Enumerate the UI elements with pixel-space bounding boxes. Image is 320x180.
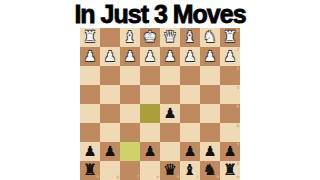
square-g2[interactable]: ♟ bbox=[100, 47, 120, 66]
square-c3[interactable] bbox=[180, 66, 200, 85]
rank-label: 4 bbox=[236, 86, 239, 90]
thumbnail: In Just 3 Moves ♜♝♚♛♝♞♜1♟♟♟♟♟♟♟♟234♟56♟♟… bbox=[0, 0, 320, 180]
rank-label: 5 bbox=[236, 105, 239, 109]
square-c6[interactable] bbox=[180, 123, 200, 142]
square-c8[interactable]: ♝c bbox=[180, 161, 200, 180]
square-e5[interactable] bbox=[140, 104, 160, 123]
square-b2[interactable]: ♟ bbox=[200, 47, 220, 66]
square-g6[interactable] bbox=[100, 123, 120, 142]
file-label: f bbox=[138, 175, 139, 179]
square-f7[interactable] bbox=[120, 142, 140, 161]
square-a2[interactable]: ♟2 bbox=[220, 47, 240, 66]
piece-black-pawn: ♟ bbox=[164, 104, 177, 123]
square-f1[interactable]: ♝ bbox=[120, 28, 140, 47]
piece-white-pawn: ♟ bbox=[84, 47, 97, 66]
file-label: d bbox=[176, 175, 179, 179]
piece-white-pawn: ♟ bbox=[144, 47, 157, 66]
square-d4[interactable] bbox=[160, 85, 180, 104]
piece-black-pawn: ♟ bbox=[184, 142, 197, 161]
piece-white-bishop: ♝ bbox=[183, 28, 197, 47]
square-b6[interactable] bbox=[200, 123, 220, 142]
square-g1[interactable] bbox=[100, 28, 120, 47]
piece-black-bishop: ♝ bbox=[183, 161, 197, 180]
square-f6[interactable] bbox=[120, 123, 140, 142]
square-c4[interactable] bbox=[180, 85, 200, 104]
square-b4[interactable] bbox=[200, 85, 220, 104]
square-d6[interactable] bbox=[160, 123, 180, 142]
square-a4[interactable]: 4 bbox=[220, 85, 240, 104]
square-d7[interactable] bbox=[160, 142, 180, 161]
rank-label: 2 bbox=[236, 48, 239, 52]
file-label: c bbox=[197, 175, 199, 179]
square-d5[interactable]: ♟ bbox=[160, 104, 180, 123]
piece-white-pawn: ♟ bbox=[224, 47, 237, 66]
square-b8[interactable]: ♞b bbox=[200, 161, 220, 180]
file-label: e bbox=[157, 175, 159, 179]
square-b3[interactable] bbox=[200, 66, 220, 85]
square-g7[interactable]: ♟ bbox=[100, 142, 120, 161]
piece-black-pawn: ♟ bbox=[204, 142, 217, 161]
piece-white-pawn: ♟ bbox=[104, 47, 117, 66]
square-h2[interactable]: ♟ bbox=[80, 47, 100, 66]
piece-white-pawn: ♟ bbox=[184, 47, 197, 66]
file-label: b bbox=[216, 175, 219, 179]
square-c1[interactable]: ♝ bbox=[180, 28, 200, 47]
square-a8[interactable]: ♜8a bbox=[220, 161, 240, 180]
rank-label: 1 bbox=[236, 29, 239, 33]
square-h7[interactable]: ♟ bbox=[80, 142, 100, 161]
square-h4[interactable] bbox=[80, 85, 100, 104]
square-c2[interactable]: ♟ bbox=[180, 47, 200, 66]
square-g3[interactable] bbox=[100, 66, 120, 85]
square-e4[interactable] bbox=[140, 85, 160, 104]
square-g4[interactable] bbox=[100, 85, 120, 104]
file-label: h bbox=[96, 175, 99, 179]
rank-label: 6 bbox=[236, 124, 239, 128]
file-label: g bbox=[116, 175, 119, 179]
square-h3[interactable] bbox=[80, 66, 100, 85]
square-h1[interactable]: ♜ bbox=[80, 28, 100, 47]
square-h5[interactable] bbox=[80, 104, 100, 123]
square-c7[interactable]: ♟ bbox=[180, 142, 200, 161]
square-h6[interactable] bbox=[80, 123, 100, 142]
piece-black-knight: ♞ bbox=[203, 161, 217, 180]
square-c5[interactable] bbox=[180, 104, 200, 123]
square-b5[interactable] bbox=[200, 104, 220, 123]
square-d2[interactable]: ♟ bbox=[160, 47, 180, 66]
piece-black-pawn: ♟ bbox=[104, 142, 117, 161]
square-e3[interactable] bbox=[140, 66, 160, 85]
chess-board: ♜♝♚♛♝♞♜1♟♟♟♟♟♟♟♟234♟56♟♟♟♟♟♟7♜hgfe♛d♝c♞b… bbox=[80, 28, 240, 180]
piece-black-queen: ♛ bbox=[163, 161, 177, 180]
square-f2[interactable]: ♟ bbox=[120, 47, 140, 66]
piece-black-rook: ♜ bbox=[83, 161, 97, 180]
piece-black-pawn: ♟ bbox=[224, 142, 237, 161]
piece-white-queen: ♛ bbox=[163, 28, 177, 47]
square-b1[interactable]: ♞ bbox=[200, 28, 220, 47]
square-e6[interactable] bbox=[140, 123, 160, 142]
piece-white-knight: ♞ bbox=[203, 28, 217, 47]
square-a7[interactable]: ♟7 bbox=[220, 142, 240, 161]
square-b7[interactable]: ♟ bbox=[200, 142, 220, 161]
square-g5[interactable] bbox=[100, 104, 120, 123]
piece-white-king: ♚ bbox=[143, 28, 157, 47]
square-d1[interactable]: ♛ bbox=[160, 28, 180, 47]
square-f4[interactable] bbox=[120, 85, 140, 104]
rank-label: 7 bbox=[236, 143, 239, 147]
file-label: a bbox=[237, 175, 239, 179]
piece-black-pawn: ♟ bbox=[84, 142, 97, 161]
square-e8[interactable]: e bbox=[140, 161, 160, 180]
square-e1[interactable]: ♚ bbox=[140, 28, 160, 47]
square-h8[interactable]: ♜h bbox=[80, 161, 100, 180]
piece-white-pawn: ♟ bbox=[204, 47, 217, 66]
piece-white-bishop: ♝ bbox=[123, 28, 137, 47]
square-a3[interactable]: 3 bbox=[220, 66, 240, 85]
piece-black-rook: ♜ bbox=[223, 161, 237, 180]
thumbnail-title: In Just 3 Moves bbox=[0, 1, 320, 28]
square-f8[interactable]: f bbox=[120, 161, 140, 180]
square-g8[interactable]: g bbox=[100, 161, 120, 180]
piece-white-pawn: ♟ bbox=[164, 47, 177, 66]
rank-label: 3 bbox=[236, 67, 239, 71]
piece-white-pawn: ♟ bbox=[124, 47, 137, 66]
piece-white-rook: ♜ bbox=[223, 28, 237, 47]
piece-white-rook: ♜ bbox=[83, 28, 97, 47]
piece-black-pawn: ♟ bbox=[144, 142, 157, 161]
square-a1[interactable]: ♜1 bbox=[220, 28, 240, 47]
square-a6[interactable]: 6 bbox=[220, 123, 240, 142]
square-a5[interactable]: 5 bbox=[220, 104, 240, 123]
square-e7[interactable]: ♟ bbox=[140, 142, 160, 161]
square-e2[interactable]: ♟ bbox=[140, 47, 160, 66]
square-d8[interactable]: ♛d bbox=[160, 161, 180, 180]
rank-label: 8 bbox=[236, 162, 239, 166]
square-f5[interactable] bbox=[120, 104, 140, 123]
square-d3[interactable] bbox=[160, 66, 180, 85]
square-f3[interactable] bbox=[120, 66, 140, 85]
